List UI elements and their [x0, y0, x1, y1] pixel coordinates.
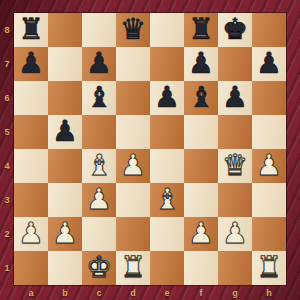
file-label-e: e — [150, 285, 184, 300]
piece-white-pawn[interactable]: ♟ — [184, 217, 218, 251]
piece-black-king[interactable]: ♚ — [218, 13, 252, 47]
square-a5[interactable] — [14, 115, 48, 149]
piece-white-pawn[interactable]: ♟ — [218, 217, 252, 251]
file-label-g: g — [218, 285, 252, 300]
piece-white-rook[interactable]: ♜ — [116, 251, 150, 285]
square-c3[interactable]: ♟ — [82, 183, 116, 217]
rank-label-5: 5 — [0, 115, 14, 149]
file-label-h: h — [252, 285, 286, 300]
square-a3[interactable] — [14, 183, 48, 217]
square-d3[interactable] — [116, 183, 150, 217]
square-c1[interactable]: ♚ — [82, 251, 116, 285]
square-d1[interactable]: ♜ — [116, 251, 150, 285]
square-a1[interactable] — [14, 251, 48, 285]
square-b3[interactable] — [48, 183, 82, 217]
square-g6[interactable]: ♟ — [218, 81, 252, 115]
piece-white-pawn[interactable]: ♟ — [48, 217, 82, 251]
square-c8[interactable] — [82, 13, 116, 47]
chess-board-frame: 87654321 ♜♛♜♚♟♟♟♟♝♟♝♟♟♝♟♛♟♟♝♟♟♟♟♚♜♜ abcd… — [0, 0, 300, 300]
piece-white-bishop[interactable]: ♝ — [150, 183, 184, 217]
square-g4[interactable]: ♛ — [218, 149, 252, 183]
square-h3[interactable] — [252, 183, 286, 217]
square-e4[interactable] — [150, 149, 184, 183]
square-d5[interactable] — [116, 115, 150, 149]
rank-label-4: 4 — [0, 149, 14, 183]
square-h5[interactable] — [252, 115, 286, 149]
piece-black-bishop[interactable]: ♝ — [184, 81, 218, 115]
square-g1[interactable] — [218, 251, 252, 285]
square-c6[interactable]: ♝ — [82, 81, 116, 115]
square-d8[interactable]: ♛ — [116, 13, 150, 47]
piece-white-pawn[interactable]: ♟ — [14, 217, 48, 251]
square-h1[interactable]: ♜ — [252, 251, 286, 285]
rank-labels: 87654321 — [0, 13, 14, 285]
square-a7[interactable]: ♟ — [14, 47, 48, 81]
square-f5[interactable] — [184, 115, 218, 149]
square-g8[interactable]: ♚ — [218, 13, 252, 47]
square-h8[interactable] — [252, 13, 286, 47]
square-e8[interactable] — [150, 13, 184, 47]
square-a8[interactable]: ♜ — [14, 13, 48, 47]
square-d2[interactable] — [116, 217, 150, 251]
square-b5[interactable]: ♟ — [48, 115, 82, 149]
square-g2[interactable]: ♟ — [218, 217, 252, 251]
square-g7[interactable] — [218, 47, 252, 81]
piece-black-pawn[interactable]: ♟ — [14, 47, 48, 81]
square-b4[interactable] — [48, 149, 82, 183]
square-h6[interactable] — [252, 81, 286, 115]
piece-white-pawn[interactable]: ♟ — [116, 149, 150, 183]
square-f6[interactable]: ♝ — [184, 81, 218, 115]
square-b6[interactable] — [48, 81, 82, 115]
file-label-a: a — [14, 285, 48, 300]
square-e1[interactable] — [150, 251, 184, 285]
piece-white-bishop[interactable]: ♝ — [82, 149, 116, 183]
file-label-b: b — [48, 285, 82, 300]
square-c4[interactable]: ♝ — [82, 149, 116, 183]
square-e6[interactable]: ♟ — [150, 81, 184, 115]
square-f1[interactable] — [184, 251, 218, 285]
square-b8[interactable] — [48, 13, 82, 47]
square-c5[interactable] — [82, 115, 116, 149]
piece-black-rook[interactable]: ♜ — [14, 13, 48, 47]
piece-white-king[interactable]: ♚ — [82, 251, 116, 285]
square-e5[interactable] — [150, 115, 184, 149]
square-d6[interactable] — [116, 81, 150, 115]
piece-white-rook[interactable]: ♜ — [252, 251, 286, 285]
rank-label-8: 8 — [0, 13, 14, 47]
piece-black-queen[interactable]: ♛ — [116, 13, 150, 47]
square-f2[interactable]: ♟ — [184, 217, 218, 251]
square-g3[interactable] — [218, 183, 252, 217]
square-c7[interactable]: ♟ — [82, 47, 116, 81]
piece-white-queen[interactable]: ♛ — [218, 149, 252, 183]
piece-black-pawn[interactable]: ♟ — [150, 81, 184, 115]
piece-black-pawn[interactable]: ♟ — [184, 47, 218, 81]
square-h2[interactable] — [252, 217, 286, 251]
piece-black-pawn[interactable]: ♟ — [252, 47, 286, 81]
rank-label-1: 1 — [0, 251, 14, 285]
rank-label-3: 3 — [0, 183, 14, 217]
file-label-c: c — [82, 285, 116, 300]
square-f3[interactable] — [184, 183, 218, 217]
square-e2[interactable] — [150, 217, 184, 251]
square-h7[interactable]: ♟ — [252, 47, 286, 81]
piece-white-pawn[interactable]: ♟ — [252, 149, 286, 183]
square-b2[interactable]: ♟ — [48, 217, 82, 251]
file-label-f: f — [184, 285, 218, 300]
file-label-d: d — [116, 285, 150, 300]
square-b1[interactable] — [48, 251, 82, 285]
piece-white-pawn[interactable]: ♟ — [82, 183, 116, 217]
file-labels: abcdefgh — [14, 285, 286, 300]
square-a6[interactable] — [14, 81, 48, 115]
square-f7[interactable]: ♟ — [184, 47, 218, 81]
rank-label-7: 7 — [0, 47, 14, 81]
piece-black-pawn[interactable]: ♟ — [48, 115, 82, 149]
square-d4[interactable]: ♟ — [116, 149, 150, 183]
square-b7[interactable] — [48, 47, 82, 81]
rank-label-6: 6 — [0, 81, 14, 115]
square-g5[interactable] — [218, 115, 252, 149]
piece-black-rook[interactable]: ♜ — [184, 13, 218, 47]
square-e7[interactable] — [150, 47, 184, 81]
square-c2[interactable] — [82, 217, 116, 251]
rank-label-2: 2 — [0, 217, 14, 251]
square-f8[interactable]: ♜ — [184, 13, 218, 47]
piece-black-pawn[interactable]: ♟ — [218, 81, 252, 115]
square-a4[interactable] — [14, 149, 48, 183]
square-d7[interactable] — [116, 47, 150, 81]
piece-black-pawn[interactable]: ♟ — [82, 47, 116, 81]
square-a2[interactable]: ♟ — [14, 217, 48, 251]
square-h4[interactable]: ♟ — [252, 149, 286, 183]
square-f4[interactable] — [184, 149, 218, 183]
piece-black-bishop[interactable]: ♝ — [82, 81, 116, 115]
chess-board: ♜♛♜♚♟♟♟♟♝♟♝♟♟♝♟♛♟♟♝♟♟♟♟♚♜♜ — [14, 13, 286, 285]
square-e3[interactable]: ♝ — [150, 183, 184, 217]
